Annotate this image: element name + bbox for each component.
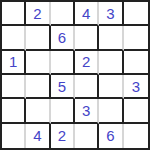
cell-r6c1-empty[interactable] [2, 124, 26, 148]
cell-r3c4-given: 2 [75, 51, 99, 75]
cell-r2c5-empty[interactable] [99, 26, 123, 50]
cell-r3c5-empty[interactable] [99, 51, 123, 75]
cell-r5c1-empty[interactable] [2, 99, 26, 123]
cell-r1c4-given: 4 [75, 2, 99, 26]
cell-r3c3-empty[interactable] [51, 51, 75, 75]
cell-r6c5-given: 6 [99, 124, 123, 148]
cell-r1c3-empty[interactable] [51, 2, 75, 26]
cell-r1c6-empty[interactable] [124, 2, 148, 26]
cell-r6c4-empty[interactable] [75, 124, 99, 148]
cell-r1c2-given: 2 [26, 2, 50, 26]
cell-r6c2-given: 4 [26, 124, 50, 148]
cell-r5c6-empty[interactable] [124, 99, 148, 123]
cell-r4c1-empty[interactable] [2, 75, 26, 99]
cell-r1c1-empty[interactable] [2, 2, 26, 26]
cell-r4c2-empty[interactable] [26, 75, 50, 99]
cell-r5c5-empty[interactable] [99, 99, 123, 123]
cell-r3c6-empty[interactable] [124, 51, 148, 75]
cell-r5c3-empty[interactable] [51, 99, 75, 123]
cell-r2c2-empty[interactable] [26, 26, 50, 50]
cell-r6c6-empty[interactable] [124, 124, 148, 148]
cell-r6c3-given: 2 [51, 124, 75, 148]
cell-r4c5-empty[interactable] [99, 75, 123, 99]
cell-r2c3-given: 6 [51, 26, 75, 50]
bricks-board: 243612533426 [0, 0, 150, 150]
cell-r5c2-empty[interactable] [26, 99, 50, 123]
cell-r2c1-empty[interactable] [2, 26, 26, 50]
cell-r3c1-given: 1 [2, 51, 26, 75]
cell-r4c6-given: 3 [124, 75, 148, 99]
cell-r5c4-given: 3 [75, 99, 99, 123]
cell-r1c5-given: 3 [99, 2, 123, 26]
cell-r2c6-empty[interactable] [124, 26, 148, 50]
cell-r4c4-empty[interactable] [75, 75, 99, 99]
cell-r2c4-empty[interactable] [75, 26, 99, 50]
cell-r4c3-given: 5 [51, 75, 75, 99]
cell-r3c2-empty[interactable] [26, 51, 50, 75]
